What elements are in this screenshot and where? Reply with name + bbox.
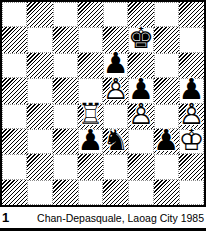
square-b5	[27, 78, 52, 103]
square-f7: ♚	[128, 27, 153, 52]
square-c4	[53, 104, 78, 129]
square-g7	[154, 27, 179, 52]
board-frame: ♚♟♟♙♟♟♜♖♟♙♟♙♟♞♟♚♔	[0, 0, 206, 207]
white-pawn-icon: ♟♙	[128, 104, 153, 129]
square-c7	[53, 27, 78, 52]
square-a7	[2, 27, 27, 52]
bottom-rule	[0, 228, 206, 231]
square-f4: ♟♙	[128, 104, 153, 129]
square-f1	[128, 180, 153, 205]
black-knight-icon: ♞	[103, 129, 128, 154]
square-a1	[2, 180, 27, 205]
square-h1	[179, 180, 204, 205]
square-c2	[53, 154, 78, 179]
diagram-number: 1	[2, 210, 9, 225]
caption-bar: 1 Chan-Depasquale, Laoag City 1985	[0, 207, 206, 228]
square-a8	[2, 2, 27, 27]
square-d6	[78, 53, 103, 78]
square-h3: ♚♔	[179, 129, 204, 154]
square-b7	[27, 27, 52, 52]
black-pawn-icon: ♟	[154, 129, 179, 154]
square-e8	[103, 2, 128, 27]
square-c6	[53, 53, 78, 78]
square-d1	[78, 180, 103, 205]
square-h8	[179, 2, 204, 27]
square-h7	[179, 27, 204, 52]
chess-diagram: ♚♟♟♙♟♟♜♖♟♙♟♙♟♞♟♚♔ 1 Chan-Depasquale, Lao…	[0, 0, 206, 232]
square-e3: ♞	[103, 129, 128, 154]
square-b4	[27, 104, 52, 129]
square-g6	[154, 53, 179, 78]
square-b3	[27, 129, 52, 154]
white-king-icon: ♚♔	[179, 129, 204, 154]
black-king-icon: ♚	[128, 27, 153, 52]
white-pawn-icon: ♟♙	[103, 78, 128, 103]
square-d3: ♟	[78, 129, 103, 154]
game-caption: Chan-Depasquale, Laoag City 1985	[37, 212, 204, 224]
square-d2	[78, 154, 103, 179]
square-c3	[53, 129, 78, 154]
square-f2	[128, 154, 153, 179]
square-d7	[78, 27, 103, 52]
square-b8	[27, 2, 52, 27]
square-d8	[78, 2, 103, 27]
square-c8	[53, 2, 78, 27]
square-g8	[154, 2, 179, 27]
square-a4	[2, 104, 27, 129]
square-g3: ♟	[154, 129, 179, 154]
square-c5	[53, 78, 78, 103]
square-e2	[103, 154, 128, 179]
square-e5: ♟♙	[103, 78, 128, 103]
square-b2	[27, 154, 52, 179]
square-g1	[154, 180, 179, 205]
square-h2	[179, 154, 204, 179]
square-a5	[2, 78, 27, 103]
square-b1	[27, 180, 52, 205]
square-b6	[27, 53, 52, 78]
square-f3	[128, 129, 153, 154]
square-g5	[154, 78, 179, 103]
square-g2	[154, 154, 179, 179]
black-pawn-icon: ♟	[78, 129, 103, 154]
square-a2	[2, 154, 27, 179]
square-a6	[2, 53, 27, 78]
square-a3	[2, 129, 27, 154]
square-e1	[103, 180, 128, 205]
square-c1	[53, 180, 78, 205]
chess-board: ♚♟♟♙♟♟♜♖♟♙♟♙♟♞♟♚♔	[2, 2, 204, 205]
